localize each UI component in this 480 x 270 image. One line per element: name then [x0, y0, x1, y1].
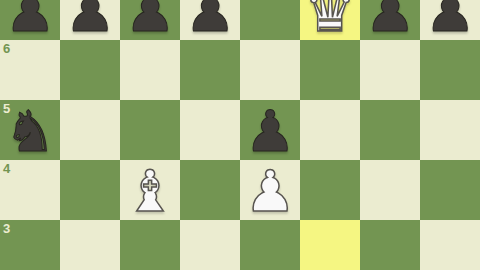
- rank-label-3: 3: [3, 222, 10, 235]
- square-h7[interactable]: ♟: [420, 0, 480, 40]
- black-pawn-b7[interactable]: ♟: [64, 0, 115, 41]
- square-b4[interactable]: [60, 160, 120, 220]
- square-e4[interactable]: ♟: [240, 160, 300, 220]
- square-c6[interactable]: [120, 40, 180, 100]
- square-h6[interactable]: [420, 40, 480, 100]
- square-e5[interactable]: ♟: [240, 100, 300, 160]
- square-e6[interactable]: [240, 40, 300, 100]
- square-h5[interactable]: [420, 100, 480, 160]
- square-b3[interactable]: [60, 220, 120, 270]
- black-knight-a5[interactable]: ♞: [4, 101, 55, 161]
- square-g5[interactable]: [360, 100, 420, 160]
- square-c5[interactable]: [120, 100, 180, 160]
- black-pawn-h7[interactable]: ♟: [424, 0, 475, 41]
- square-a6[interactable]: 6: [0, 40, 60, 100]
- square-g6[interactable]: [360, 40, 420, 100]
- black-pawn-d7[interactable]: ♟: [184, 0, 235, 41]
- square-h4[interactable]: [420, 160, 480, 220]
- square-b7[interactable]: ♟: [60, 0, 120, 40]
- square-d5[interactable]: [180, 100, 240, 160]
- square-b5[interactable]: [60, 100, 120, 160]
- square-f4[interactable]: [300, 160, 360, 220]
- square-f7[interactable]: ♛: [300, 0, 360, 40]
- white-queen-f7[interactable]: ♛: [304, 0, 355, 41]
- square-f6[interactable]: [300, 40, 360, 100]
- black-pawn-g7[interactable]: ♟: [364, 0, 415, 41]
- black-pawn-c7[interactable]: ♟: [124, 0, 175, 41]
- square-g7[interactable]: ♟: [360, 0, 420, 40]
- square-a4[interactable]: 4: [0, 160, 60, 220]
- square-c4[interactable]: ♝: [120, 160, 180, 220]
- rank-label-4: 4: [3, 162, 10, 175]
- square-g4[interactable]: [360, 160, 420, 220]
- white-pawn-e4[interactable]: ♟: [244, 161, 295, 221]
- square-e3[interactable]: [240, 220, 300, 270]
- square-c3[interactable]: [120, 220, 180, 270]
- square-f3[interactable]: [300, 220, 360, 270]
- square-g3[interactable]: [360, 220, 420, 270]
- square-c7[interactable]: ♟: [120, 0, 180, 40]
- square-d4[interactable]: [180, 160, 240, 220]
- square-d6[interactable]: [180, 40, 240, 100]
- rank-label-6: 6: [3, 42, 10, 55]
- black-pawn-e5[interactable]: ♟: [244, 101, 295, 161]
- square-d3[interactable]: [180, 220, 240, 270]
- white-bishop-c4[interactable]: ♝: [124, 161, 175, 221]
- square-a3[interactable]: 3: [0, 220, 60, 270]
- square-a7[interactable]: ♟: [0, 0, 60, 40]
- square-e7[interactable]: [240, 0, 300, 40]
- chess-board[interactable]: ♟♟♟♟♛♟♟65♞♟4♝♟3: [0, 0, 480, 270]
- black-pawn-a7[interactable]: ♟: [4, 0, 55, 41]
- square-h3[interactable]: [420, 220, 480, 270]
- square-a5[interactable]: 5♞: [0, 100, 60, 160]
- square-d7[interactable]: ♟: [180, 0, 240, 40]
- square-b6[interactable]: [60, 40, 120, 100]
- square-f5[interactable]: [300, 100, 360, 160]
- chess-board-viewport: ♟♟♟♟♛♟♟65♞♟4♝♟3: [0, 0, 480, 270]
